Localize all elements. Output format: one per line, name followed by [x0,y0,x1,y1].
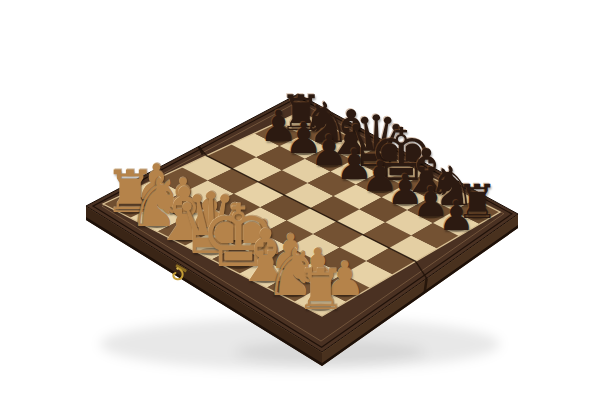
piece-shadow [309,304,331,311]
piece-shadow [291,125,311,131]
piece-shadow [392,175,411,181]
piece-shadow [468,213,487,219]
piece-shadow [252,249,274,256]
piece-shadow [334,290,356,297]
piece-shadow [341,150,360,156]
piece-shadow [227,262,250,269]
piece-shadow [173,234,196,241]
piece-shadow [396,199,415,205]
piece-shadow [319,161,339,167]
piece-shadow [254,276,277,283]
piece-shadow [294,149,314,155]
piece-shadow [442,200,461,206]
piece-shadow [282,290,304,297]
piece-shadow [118,207,141,215]
chess-board [0,0,600,400]
piece-shadow [172,208,195,215]
piece-shadow [367,163,386,169]
piece-shadow [345,174,365,180]
chess-set-photo: ♜♟♞♟♝♟♛♟♚♟♝♟♟♞♜♟♟♜♞♟♟♝♟♛♟♚♟♝♟♞♟♜ [0,0,600,400]
piece-shadow [316,138,335,144]
piece-shadow [421,212,440,218]
piece-shadow [199,221,221,228]
piece-shadow [145,220,168,228]
piece-shadow [307,276,329,283]
piece-shadow [370,187,390,193]
piece-shadow [447,225,466,231]
piece-shadow [279,262,301,269]
piece-shadow [417,188,436,194]
piece-shadow [225,235,247,242]
piece-shadow [269,136,289,143]
piece-shadow [145,194,168,201]
piece-shadow [200,248,223,255]
